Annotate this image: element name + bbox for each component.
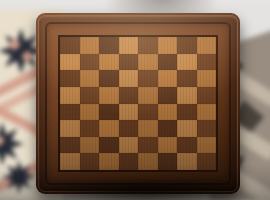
- square-d5[interactable]: [119, 87, 139, 104]
- square-d2[interactable]: [119, 137, 139, 154]
- square-d1[interactable]: [119, 153, 139, 170]
- square-e3[interactable]: [138, 120, 158, 137]
- square-a7[interactable]: [60, 54, 80, 71]
- square-f6[interactable]: [158, 70, 178, 87]
- square-b6[interactable]: [80, 70, 100, 87]
- square-d3[interactable]: [119, 120, 139, 137]
- square-d7[interactable]: [119, 54, 139, 71]
- square-b5[interactable]: [80, 87, 100, 104]
- photo-scene: [0, 0, 270, 200]
- square-b2[interactable]: [80, 137, 100, 154]
- square-a6[interactable]: [60, 70, 80, 87]
- eight-point-star-icon: [0, 122, 24, 166]
- square-c4[interactable]: [99, 104, 119, 121]
- square-a5[interactable]: [60, 87, 80, 104]
- square-h6[interactable]: [197, 70, 217, 87]
- square-b7[interactable]: [80, 54, 100, 71]
- square-a8[interactable]: [60, 37, 80, 54]
- square-g5[interactable]: [177, 87, 197, 104]
- square-b1[interactable]: [80, 153, 100, 170]
- square-e6[interactable]: [138, 70, 158, 87]
- square-a4[interactable]: [60, 104, 80, 121]
- square-d6[interactable]: [119, 70, 139, 87]
- square-h5[interactable]: [197, 87, 217, 104]
- square-b3[interactable]: [80, 120, 100, 137]
- square-a2[interactable]: [60, 137, 80, 154]
- square-h2[interactable]: [197, 137, 217, 154]
- square-h1[interactable]: [197, 153, 217, 170]
- square-h3[interactable]: [197, 120, 217, 137]
- square-h8[interactable]: [197, 37, 217, 54]
- square-c1[interactable]: [99, 153, 119, 170]
- square-f4[interactable]: [158, 104, 178, 121]
- square-c6[interactable]: [99, 70, 119, 87]
- square-e7[interactable]: [138, 54, 158, 71]
- square-e1[interactable]: [138, 153, 158, 170]
- square-h7[interactable]: [197, 54, 217, 71]
- square-f7[interactable]: [158, 54, 178, 71]
- chessboard[interactable]: [60, 37, 216, 170]
- square-e2[interactable]: [138, 137, 158, 154]
- square-c5[interactable]: [99, 87, 119, 104]
- square-g7[interactable]: [177, 54, 197, 71]
- square-g6[interactable]: [177, 70, 197, 87]
- square-g2[interactable]: [177, 137, 197, 154]
- square-f1[interactable]: [158, 153, 178, 170]
- square-c3[interactable]: [99, 120, 119, 137]
- board-frame: [47, 24, 229, 183]
- square-f8[interactable]: [158, 37, 178, 54]
- square-c8[interactable]: [99, 37, 119, 54]
- square-e8[interactable]: [138, 37, 158, 54]
- square-b4[interactable]: [80, 104, 100, 121]
- square-g4[interactable]: [177, 104, 197, 121]
- square-a3[interactable]: [60, 120, 80, 137]
- square-h4[interactable]: [197, 104, 217, 121]
- table-shadow: [58, 184, 238, 200]
- square-f2[interactable]: [158, 137, 178, 154]
- square-d8[interactable]: [119, 37, 139, 54]
- square-f5[interactable]: [158, 87, 178, 104]
- chess-table: [36, 13, 240, 194]
- square-b8[interactable]: [80, 37, 100, 54]
- square-c2[interactable]: [99, 137, 119, 154]
- board-border-line: [58, 35, 218, 172]
- square-a1[interactable]: [60, 153, 80, 170]
- square-g3[interactable]: [177, 120, 197, 137]
- square-e5[interactable]: [138, 87, 158, 104]
- square-d4[interactable]: [119, 104, 139, 121]
- square-f3[interactable]: [158, 120, 178, 137]
- square-c7[interactable]: [99, 54, 119, 71]
- square-g8[interactable]: [177, 37, 197, 54]
- square-e4[interactable]: [138, 104, 158, 121]
- square-g1[interactable]: [177, 153, 197, 170]
